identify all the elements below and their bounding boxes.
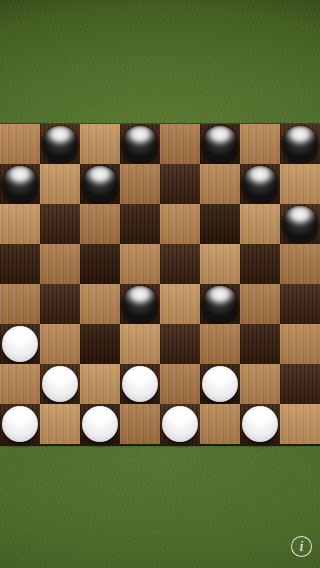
board-square-r7c5 bbox=[200, 404, 240, 444]
board-square-r0c4 bbox=[160, 124, 200, 164]
info-button[interactable]: i bbox=[291, 536, 312, 557]
board-square-r6c2 bbox=[80, 364, 120, 404]
board-square-r3c0[interactable] bbox=[0, 244, 40, 284]
board-square-r7c3 bbox=[120, 404, 160, 444]
board-square-r3c4[interactable] bbox=[160, 244, 200, 284]
board-square-r5c4[interactable] bbox=[160, 324, 200, 364]
board-square-r5c0[interactable] bbox=[0, 324, 40, 364]
black-checker-piece[interactable] bbox=[202, 286, 238, 322]
board-square-r3c7 bbox=[280, 244, 320, 284]
white-checker-piece[interactable] bbox=[42, 366, 78, 402]
board-square-r2c0 bbox=[0, 204, 40, 244]
board-square-r2c7[interactable] bbox=[280, 204, 320, 244]
board-square-r4c4 bbox=[160, 284, 200, 324]
board-square-r7c7 bbox=[280, 404, 320, 444]
board-square-r7c0[interactable] bbox=[0, 404, 40, 444]
black-checker-piece[interactable] bbox=[122, 286, 158, 322]
board-square-r6c6 bbox=[240, 364, 280, 404]
board-square-r4c1[interactable] bbox=[40, 284, 80, 324]
board-square-r4c7[interactable] bbox=[280, 284, 320, 324]
white-checker-piece[interactable] bbox=[2, 406, 38, 442]
board-square-r5c5 bbox=[200, 324, 240, 364]
board-square-r1c0[interactable] bbox=[0, 164, 40, 204]
board-square-r4c6 bbox=[240, 284, 280, 324]
board-square-r1c5 bbox=[200, 164, 240, 204]
board-square-r1c7 bbox=[280, 164, 320, 204]
black-checker-piece[interactable] bbox=[242, 166, 278, 202]
board-square-r6c5[interactable] bbox=[200, 364, 240, 404]
board-square-r5c6[interactable] bbox=[240, 324, 280, 364]
board-square-r2c1[interactable] bbox=[40, 204, 80, 244]
felt-background-top bbox=[0, 0, 320, 124]
board-square-r6c0 bbox=[0, 364, 40, 404]
board-square-r6c1[interactable] bbox=[40, 364, 80, 404]
board-square-r2c6 bbox=[240, 204, 280, 244]
checkers-board bbox=[0, 124, 320, 444]
board-square-r1c1 bbox=[40, 164, 80, 204]
board-square-r0c0 bbox=[0, 124, 40, 164]
checkers-app-screen: i bbox=[0, 0, 320, 568]
board-square-r2c5[interactable] bbox=[200, 204, 240, 244]
board-square-r1c4[interactable] bbox=[160, 164, 200, 204]
black-checker-piece[interactable] bbox=[82, 166, 118, 202]
black-checker-piece[interactable] bbox=[282, 126, 318, 162]
white-checker-piece[interactable] bbox=[162, 406, 198, 442]
board-square-r7c4[interactable] bbox=[160, 404, 200, 444]
board-square-r0c3[interactable] bbox=[120, 124, 160, 164]
board-square-r3c3 bbox=[120, 244, 160, 284]
black-checker-piece[interactable] bbox=[122, 126, 158, 162]
board-square-r6c7[interactable] bbox=[280, 364, 320, 404]
white-checker-piece[interactable] bbox=[202, 366, 238, 402]
board-square-r3c6[interactable] bbox=[240, 244, 280, 284]
board-square-r5c3 bbox=[120, 324, 160, 364]
board-square-r2c4 bbox=[160, 204, 200, 244]
board-square-r1c6[interactable] bbox=[240, 164, 280, 204]
board-square-r3c1 bbox=[40, 244, 80, 284]
board-square-r5c1 bbox=[40, 324, 80, 364]
board-square-r4c2 bbox=[80, 284, 120, 324]
board-square-r2c3[interactable] bbox=[120, 204, 160, 244]
white-checker-piece[interactable] bbox=[242, 406, 278, 442]
board-square-r0c2 bbox=[80, 124, 120, 164]
black-checker-piece[interactable] bbox=[202, 126, 238, 162]
board-square-r4c0 bbox=[0, 284, 40, 324]
board-square-r1c3 bbox=[120, 164, 160, 204]
board-square-r5c2[interactable] bbox=[80, 324, 120, 364]
info-icon: i bbox=[300, 540, 304, 554]
board-square-r0c7[interactable] bbox=[280, 124, 320, 164]
white-checker-piece[interactable] bbox=[82, 406, 118, 442]
white-checker-piece[interactable] bbox=[2, 326, 38, 362]
board-square-r7c6[interactable] bbox=[240, 404, 280, 444]
white-checker-piece[interactable] bbox=[122, 366, 158, 402]
black-checker-piece[interactable] bbox=[42, 126, 78, 162]
board-square-r0c6 bbox=[240, 124, 280, 164]
board-square-r0c5[interactable] bbox=[200, 124, 240, 164]
board-square-r4c3[interactable] bbox=[120, 284, 160, 324]
board-square-r0c1[interactable] bbox=[40, 124, 80, 164]
board-square-r4c5[interactable] bbox=[200, 284, 240, 324]
board-square-r5c7 bbox=[280, 324, 320, 364]
board-square-r1c2[interactable] bbox=[80, 164, 120, 204]
felt-background-bottom bbox=[0, 444, 320, 568]
board-square-r2c2 bbox=[80, 204, 120, 244]
board-square-r7c1 bbox=[40, 404, 80, 444]
black-checker-piece[interactable] bbox=[2, 166, 38, 202]
board-square-r6c3[interactable] bbox=[120, 364, 160, 404]
black-checker-piece[interactable] bbox=[282, 206, 318, 242]
board-square-r3c5 bbox=[200, 244, 240, 284]
board-square-r6c4 bbox=[160, 364, 200, 404]
board-square-r7c2[interactable] bbox=[80, 404, 120, 444]
board-square-r3c2[interactable] bbox=[80, 244, 120, 284]
